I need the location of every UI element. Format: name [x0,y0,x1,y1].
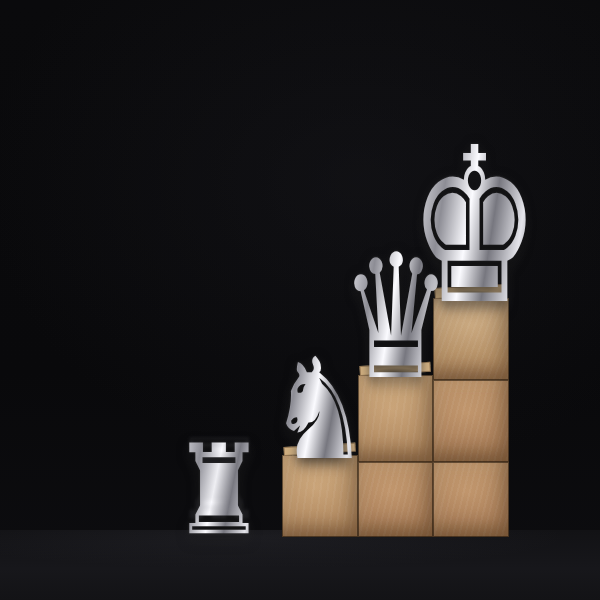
photo-scene: ♜ ♞ ♛ ♚ ♜ [0,0,600,600]
chess-piece-king: ♚ [401,119,547,334]
rook-glyph: ♜ [172,418,266,562]
king-glyph: ♚ [409,101,540,352]
wood-block-step3-lower [433,462,509,537]
chess-piece-rook: ♜ [166,428,271,552]
table-surface [0,530,600,600]
